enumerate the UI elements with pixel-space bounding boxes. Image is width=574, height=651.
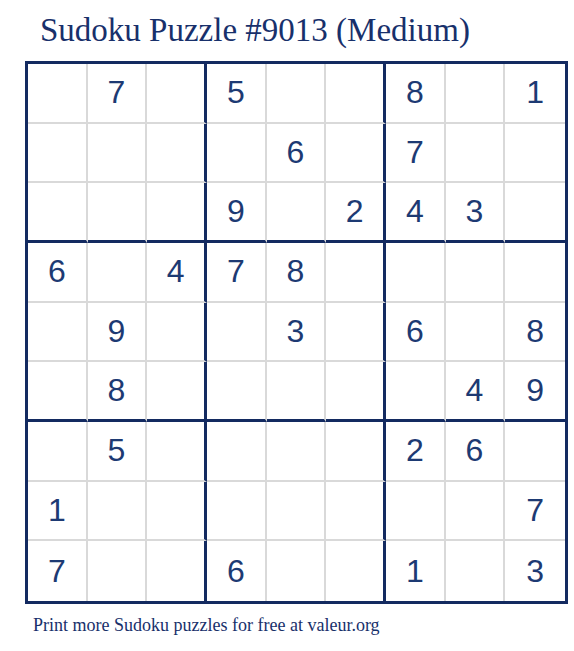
cell-r9c1: 7 <box>28 541 88 601</box>
cell-r2c5: 6 <box>267 124 327 184</box>
cell-r4c9 <box>505 243 565 303</box>
cell-r8c3 <box>147 482 207 542</box>
footer-credit: Print more Sudoku puzzles for free at va… <box>33 615 380 636</box>
cell-r5c4 <box>207 303 267 363</box>
cell-r6c8: 4 <box>446 362 506 422</box>
cell-r8c8 <box>446 482 506 542</box>
cell-r8c5 <box>267 482 327 542</box>
sudoku-board: 758167924364789368849526177613 <box>25 61 568 604</box>
cell-r9c3 <box>147 541 207 601</box>
cell-r4c4: 7 <box>207 243 267 303</box>
cell-r3c2 <box>88 183 148 243</box>
cell-r8c9: 7 <box>505 482 565 542</box>
cell-r2c8 <box>446 124 506 184</box>
cell-r6c3 <box>147 362 207 422</box>
cell-r5c7: 6 <box>386 303 446 363</box>
cell-r9c7: 1 <box>386 541 446 601</box>
cell-r1c2: 7 <box>88 64 148 124</box>
cell-r1c8 <box>446 64 506 124</box>
cell-r3c5 <box>267 183 327 243</box>
cell-r9c5 <box>267 541 327 601</box>
cell-r1c4: 5 <box>207 64 267 124</box>
cell-r5c9: 8 <box>505 303 565 363</box>
cell-r7c2: 5 <box>88 422 148 482</box>
cell-r4c1: 6 <box>28 243 88 303</box>
cell-r4c6 <box>326 243 386 303</box>
cell-r9c8 <box>446 541 506 601</box>
cell-r3c3 <box>147 183 207 243</box>
puzzle-title: Sudoku Puzzle #9013 (Medium) <box>40 10 470 51</box>
cell-r1c9: 1 <box>505 64 565 124</box>
cell-r1c3 <box>147 64 207 124</box>
cell-r8c6 <box>326 482 386 542</box>
cell-r1c7: 8 <box>386 64 446 124</box>
cell-r5c6 <box>326 303 386 363</box>
cell-r9c4: 6 <box>207 541 267 601</box>
cell-r1c1 <box>28 64 88 124</box>
cell-r7c1 <box>28 422 88 482</box>
cell-r1c5 <box>267 64 327 124</box>
cell-r2c4 <box>207 124 267 184</box>
cell-r7c3 <box>147 422 207 482</box>
cell-r5c1 <box>28 303 88 363</box>
cell-r1c6 <box>326 64 386 124</box>
cell-r6c1 <box>28 362 88 422</box>
cell-r4c5: 8 <box>267 243 327 303</box>
cell-r2c2 <box>88 124 148 184</box>
cell-r5c3 <box>147 303 207 363</box>
cell-r2c7: 7 <box>386 124 446 184</box>
cell-r7c4 <box>207 422 267 482</box>
cell-r4c2 <box>88 243 148 303</box>
cell-r5c2: 9 <box>88 303 148 363</box>
cell-r8c7 <box>386 482 446 542</box>
cell-r5c5: 3 <box>267 303 327 363</box>
cell-r8c2 <box>88 482 148 542</box>
cell-r2c6 <box>326 124 386 184</box>
cell-r4c8 <box>446 243 506 303</box>
cell-r4c3: 4 <box>147 243 207 303</box>
cell-r7c6 <box>326 422 386 482</box>
cell-r3c1 <box>28 183 88 243</box>
cell-r5c8 <box>446 303 506 363</box>
cell-r6c2: 8 <box>88 362 148 422</box>
cell-r3c6: 2 <box>326 183 386 243</box>
sudoku-page: Sudoku Puzzle #9013 (Medium) 75816792436… <box>0 0 574 651</box>
cell-r7c7: 2 <box>386 422 446 482</box>
cell-r3c9 <box>505 183 565 243</box>
cell-r4c7 <box>386 243 446 303</box>
cell-r8c1: 1 <box>28 482 88 542</box>
cell-r7c5 <box>267 422 327 482</box>
cell-r2c3 <box>147 124 207 184</box>
cell-r6c9: 9 <box>505 362 565 422</box>
cell-r9c6 <box>326 541 386 601</box>
cell-r2c9 <box>505 124 565 184</box>
cell-r6c7 <box>386 362 446 422</box>
cell-r6c6 <box>326 362 386 422</box>
cell-r7c8: 6 <box>446 422 506 482</box>
cell-r8c4 <box>207 482 267 542</box>
cell-r9c2 <box>88 541 148 601</box>
cell-r3c8: 3 <box>446 183 506 243</box>
cell-r9c9: 3 <box>505 541 565 601</box>
cell-r6c5 <box>267 362 327 422</box>
cell-r2c1 <box>28 124 88 184</box>
cell-r6c4 <box>207 362 267 422</box>
cell-r7c9 <box>505 422 565 482</box>
cell-r3c4: 9 <box>207 183 267 243</box>
cell-r3c7: 4 <box>386 183 446 243</box>
